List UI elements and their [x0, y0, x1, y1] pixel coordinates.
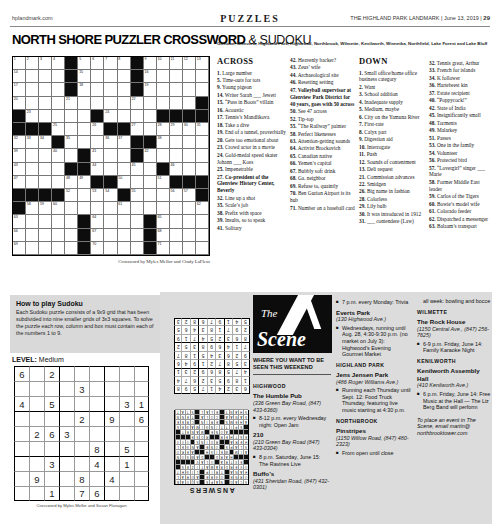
sudoku-cell: 2 — [233, 352, 241, 360]
answer-block-cell — [219, 409, 224, 414]
answer-letter-cell: M — [199, 429, 204, 434]
sudoku-cell — [134, 456, 149, 471]
clue: 9. Young pigeon — [217, 84, 286, 91]
crossword-cell — [65, 242, 78, 255]
answers-crossword-grid: SCADNAPSSQUABORNEOGREAURALHANATRIPLIGHTO… — [174, 410, 249, 485]
answer-letter-cell: U — [190, 474, 195, 479]
sudoku-cell: 8 — [225, 360, 233, 368]
crossword-cell: 51 — [157, 176, 170, 189]
crossword-cell — [131, 229, 144, 242]
crossword-cell — [91, 83, 104, 96]
answer-letter-cell: E — [209, 429, 214, 434]
answer-letter-cell: R — [214, 469, 219, 474]
crossword-cell: 40 — [52, 149, 65, 162]
answer-letter-cell: E — [214, 419, 219, 424]
answer-letter-cell: N — [180, 414, 185, 419]
city-header: WILMETTE — [417, 309, 492, 315]
answer-letter-cell: A — [224, 429, 229, 434]
sudoku-cell — [59, 396, 74, 411]
crossword-block-cell — [131, 57, 144, 70]
sudoku-cell — [14, 486, 29, 501]
sudoku-cell — [134, 471, 149, 486]
sudoku-cell: 2 — [225, 386, 233, 394]
crossword-cell: 12 — [183, 57, 196, 70]
sudoku-cell: 7 — [225, 326, 233, 334]
crossword-cell: 19 — [144, 83, 157, 96]
clue: 55. “The Railway” painter — [290, 123, 356, 130]
crossword-cell — [65, 229, 78, 242]
crossword-block-cell — [104, 176, 117, 189]
crossword-cell: 64 — [91, 215, 104, 228]
sudoku-cell: 3 — [242, 360, 250, 368]
crossword-block-cell — [131, 70, 144, 83]
clue: 56. Protected bird — [429, 157, 492, 164]
crossword-cell: 32 — [13, 136, 26, 149]
clue: 26. Big name in fashion — [359, 188, 426, 195]
answer-letter-cell: A — [233, 409, 238, 414]
crossword-cell — [65, 123, 78, 136]
answer-letter-cell: A — [204, 409, 209, 414]
answer-letter-cell: A — [238, 414, 243, 419]
crossword-cell: 55 — [131, 189, 144, 202]
answer-block-cell — [194, 414, 199, 419]
sudoku-cell — [119, 366, 134, 381]
answer-block-cell — [209, 454, 214, 459]
answer-letter-cell: A — [190, 424, 195, 429]
answer-block-cell — [209, 434, 214, 439]
answer-block-cell — [219, 444, 224, 449]
clue-number: 5 — [79, 57, 81, 61]
sudoku-cell — [104, 396, 119, 411]
level-label: LEVEL: — [12, 356, 37, 363]
answer-letter-cell: N — [175, 414, 180, 419]
answer-letter-cell: A — [199, 414, 204, 419]
crossword-cell — [78, 123, 91, 136]
sudoku-cell: 5 — [174, 326, 182, 334]
answer-letter-cell: R — [204, 434, 209, 439]
crossword-cell — [157, 97, 170, 110]
sudoku-cell — [74, 441, 89, 456]
title-row: NORTH SHORE PUZZLER CROSSWORD & SUDOKU G… — [12, 30, 490, 48]
sudoku-cell: 4 — [199, 335, 207, 343]
answer-letter-cell: H — [204, 449, 209, 454]
sudoku-cell: 4 — [216, 386, 224, 394]
sudoku-cell — [74, 426, 89, 441]
crossword-cell: 2 — [26, 57, 39, 70]
answer-block-cell — [199, 449, 204, 454]
clue-number: 69 — [14, 242, 18, 246]
answer-letter-cell: G — [214, 474, 219, 479]
sudoku-cell — [44, 411, 59, 426]
crossword-block-cell — [91, 110, 104, 123]
crossword-cell: 69 — [13, 242, 26, 255]
sudoku-cell: 2 — [44, 366, 59, 381]
sudoku-cell: 5 — [208, 335, 216, 343]
answer-letter-cell: S — [243, 409, 248, 414]
clue: 61. Colorado feeder — [429, 208, 492, 215]
crossword-block-cell — [65, 83, 78, 96]
crossword-cell: 38 — [157, 136, 170, 149]
sudoku-cell: 9 — [233, 326, 241, 334]
sudoku-cell — [59, 441, 74, 456]
answer-letter-cell: O — [243, 474, 248, 479]
answer-block-cell — [199, 469, 204, 474]
crossword-cell — [170, 229, 183, 242]
clue: 1. Large number — [217, 70, 286, 77]
crossword-cell: 6 — [91, 57, 104, 70]
clue: 18. Take a dive — [217, 122, 286, 129]
clue-number: 26 — [92, 123, 96, 127]
answer-letter-cell: I — [229, 424, 234, 429]
sudoku-cell: 2 — [216, 335, 224, 343]
crossword-cell — [78, 189, 91, 202]
sudoku-cell: 9 — [242, 352, 250, 360]
clue-number: 49 — [79, 176, 83, 180]
answer-block-cell — [233, 429, 238, 434]
crossword-cell — [104, 97, 117, 110]
sudoku-cell: 9 — [104, 411, 119, 426]
answer-letter-cell: I — [190, 469, 195, 474]
clue: 32. Tennis great, Arthur — [429, 60, 492, 67]
answer-letter-cell: E — [238, 459, 243, 464]
clue-number: 8 — [118, 57, 120, 61]
answer-block-cell — [214, 459, 219, 464]
clue-number: 55 — [131, 189, 135, 193]
answer-letter-cell: E — [233, 464, 238, 469]
clue-number: 32 — [14, 136, 18, 140]
answer-letter-cell: S — [243, 414, 248, 419]
clue-number: 16 — [144, 70, 148, 74]
clue: 60. Bowie’s model wife — [429, 201, 492, 208]
answer-letter-cell: N — [175, 454, 180, 459]
clue: 64. Activist Brockovich — [290, 145, 356, 152]
crossword-cell — [52, 163, 65, 176]
answer-letter-cell: T — [224, 409, 229, 414]
crossword-cell — [91, 97, 104, 110]
crossword-cell — [52, 176, 65, 189]
sudoku-cell: 6 — [216, 343, 224, 351]
sudoku-cell: 2 — [182, 318, 190, 326]
sudoku-cell: 8 — [233, 377, 241, 385]
answer-letter-cell: I — [238, 449, 243, 454]
crossword-cell: 48 — [65, 176, 78, 189]
answer-letter-cell: M — [194, 424, 199, 429]
sudoku-cell: 6 — [208, 369, 216, 377]
clue: 62. Dispatched a messenger — [429, 216, 492, 223]
sudoku-cell: 2 — [174, 343, 182, 351]
crossword-block-cell — [183, 176, 196, 189]
answer-letter-cell: A — [180, 409, 185, 414]
crossword-cell — [52, 110, 65, 123]
crossword-cell — [170, 97, 183, 110]
answer-block-cell — [204, 454, 209, 459]
answer-letter-cell: H — [229, 454, 234, 459]
crossword-cell: 56 — [170, 189, 183, 202]
sudoku-cell: 3 — [233, 386, 241, 394]
answer-letter-cell: E — [214, 409, 219, 414]
crossword-cell — [26, 176, 39, 189]
answer-letter-cell: T — [180, 429, 185, 434]
crossword-cell: 60 — [52, 202, 65, 215]
crossword-cell: 9 — [144, 57, 157, 70]
answer-letter-cell: S — [185, 454, 190, 459]
crossword-block-cell — [157, 163, 170, 176]
clue-number: 2 — [27, 57, 29, 61]
clue: 9. Digestion aid — [359, 136, 426, 143]
answer-letter-cell: N — [190, 444, 195, 449]
crossword-cell — [118, 215, 131, 228]
answer-letter-cell: R — [185, 474, 190, 479]
sudoku-cell — [89, 366, 104, 381]
answer-letter-cell: A — [243, 419, 248, 424]
answer-block-cell — [194, 409, 199, 414]
clue-number: 70 — [92, 242, 96, 246]
crossword-cell — [118, 110, 131, 123]
answer-letter-cell: S — [238, 424, 243, 429]
answer-letter-cell: C — [238, 479, 243, 484]
sudoku-cell: 3 — [74, 381, 89, 396]
crossword-block-cell — [196, 176, 209, 189]
crossword-cell — [52, 70, 65, 83]
crossword-cell: 24 — [104, 110, 117, 123]
crossword-cell — [118, 229, 131, 242]
answer-letter-cell: H — [180, 469, 185, 474]
answer-block-cell — [199, 444, 204, 449]
sudoku-cell: 7 — [233, 369, 241, 377]
sudoku-cell: 2 — [29, 426, 44, 441]
crossword-cell — [91, 136, 104, 149]
crossword-cell: 28 — [157, 123, 170, 136]
sudoku-cell: 5 — [242, 318, 250, 326]
clue: 27. Co-president of the Glenview History… — [217, 174, 286, 195]
clue: 20. Gets too emotional about — [217, 137, 286, 144]
crossword-cell — [196, 83, 209, 96]
crossword-cell: 11 — [170, 57, 183, 70]
answer-letter-cell: G — [185, 469, 190, 474]
crossword-cell — [118, 163, 131, 176]
clue: 35. Scale’s job — [217, 202, 286, 209]
sudoku-cell: 3 — [59, 426, 74, 441]
answer-letter-cell: A — [190, 449, 195, 454]
crossword-cell: 36 — [104, 136, 117, 149]
sudoku-howto-box: How to play Sudoku Each Sudoku puzzle co… — [10, 295, 163, 353]
clue: 10. Interrogate — [359, 144, 426, 151]
sudoku-cell: 1 — [216, 326, 224, 334]
answer-letter-cell: S — [243, 444, 248, 449]
crossword-cell — [39, 163, 52, 176]
crossword-block-cell — [78, 149, 91, 162]
clue-number: 56 — [171, 189, 175, 193]
sudoku-cell — [44, 471, 59, 486]
sudoku-cell: 5 — [233, 360, 241, 368]
clue-number: 54 — [105, 189, 109, 193]
crossword-cell: 71 — [157, 242, 170, 255]
answer-block-cell — [214, 434, 219, 439]
crossword-cell — [170, 83, 183, 96]
level-value: Medium — [39, 356, 64, 363]
crossword-cell — [170, 202, 183, 215]
page-title: NORTH SHORE PUZZLER CROSSWORD — [12, 32, 245, 47]
sudoku-cell: 4 — [89, 456, 104, 471]
crossword-cell: 70 — [91, 242, 104, 255]
clue: 21. Commission advances — [359, 174, 426, 181]
crossword-cell: 57 — [183, 189, 196, 202]
crossword-cell: 42 — [144, 149, 157, 162]
answer-letter-cell: S — [180, 464, 185, 469]
clue: 33. French for islands — [429, 67, 492, 74]
answer-letter-cell: M — [209, 464, 214, 469]
answer-letter-cell: O — [219, 429, 224, 434]
clue: 2. Want — [359, 84, 426, 91]
clue-number: 12 — [184, 57, 188, 61]
crossword-cell — [196, 229, 209, 242]
answer-letter-cell: A — [229, 439, 234, 444]
crossword-block-cell — [104, 123, 117, 136]
clue-number: 44 — [92, 163, 96, 167]
answer-block-cell — [219, 419, 224, 424]
answer-letter-cell: N — [199, 439, 204, 444]
crossword-cell: 45 — [131, 163, 144, 176]
coverage-areas: Glencoe, Glenview, Highland Park, Highwo… — [217, 41, 487, 46]
crossword-cell: 63 — [13, 215, 26, 228]
crossword-cell: 41 — [91, 149, 104, 162]
sudoku-cell: 1 — [44, 486, 59, 501]
answer-letter-cell: A — [229, 469, 234, 474]
clue-number: 62 — [197, 202, 201, 206]
answer-letter-cell: R — [219, 434, 224, 439]
sudoku-cell — [59, 486, 74, 501]
answer-letter-cell: E — [224, 434, 229, 439]
crossword-cell — [78, 97, 91, 110]
crossword-cell — [157, 189, 170, 202]
answer-letter-cell: N — [199, 419, 204, 424]
down-header: DOWN — [359, 56, 426, 67]
sudoku-cell — [119, 411, 134, 426]
answer-letter-cell: R — [209, 474, 214, 479]
answer-letter-cell: N — [233, 414, 238, 419]
crossword-cell: 10 — [157, 57, 170, 70]
crossword-cell: 18 — [78, 83, 91, 96]
sudoku-cell: 6 — [233, 335, 241, 343]
sudoku-cell — [104, 381, 119, 396]
clue-number: 20 — [14, 97, 18, 101]
crossword-cell — [91, 202, 104, 215]
answer-block-cell — [185, 434, 190, 439]
sudoku-cell — [29, 441, 44, 456]
city-header: HIGHLAND PARK — [336, 362, 413, 368]
clue-number: 40 — [53, 149, 57, 153]
crossword-block-cell — [13, 110, 26, 123]
crossword-cell — [39, 83, 52, 96]
clue-number: 7 — [105, 57, 107, 61]
sudoku-cell: 1 — [182, 335, 190, 343]
crossword-cell: 53 — [91, 189, 104, 202]
crossword-cell — [39, 176, 52, 189]
crossword-cell — [183, 136, 196, 149]
sudoku-cell: 4 — [174, 377, 182, 385]
sudoku-cell — [74, 396, 89, 411]
clue: 43. Zeus’ wife — [290, 64, 356, 71]
crossword-cell: 66 — [13, 229, 26, 242]
answer-letter-cell: S — [204, 479, 209, 484]
answer-letter-cell: N — [214, 429, 219, 434]
sudoku-cell — [134, 426, 149, 441]
crossword-cell — [183, 83, 196, 96]
clue-number: 31 — [197, 123, 201, 127]
event-item: 8-12 p.m. every Wednesday night: Open Ja… — [253, 415, 330, 428]
answer-letter-cell: P — [204, 469, 209, 474]
venue-name: 210 — [253, 431, 330, 439]
howto-text: Each Sudoku puzzle consists of a 9x9 gri… — [16, 309, 157, 337]
masthead-rule — [10, 26, 490, 27]
answer-letter-cell: R — [238, 474, 243, 479]
clue: 69. Refuse to, quaintly — [290, 183, 356, 190]
answer-block-cell — [190, 459, 195, 464]
crossword-cell: 50 — [118, 176, 131, 189]
crossword-cell — [65, 149, 78, 162]
crossword-cell — [104, 229, 117, 242]
across-header: ACROSS — [217, 56, 286, 67]
sudoku-cell: 2 — [74, 411, 89, 426]
clue-number: 24 — [105, 110, 109, 114]
crossword-cell: 52 — [65, 189, 78, 202]
answer-letter-cell: I — [204, 419, 209, 424]
scene-tagline: WHERE YOU WANT TO BE SEEN THIS WEEKEND — [253, 357, 331, 375]
clue: 65. Canadian native — [290, 153, 356, 160]
answer-letter-cell: L — [204, 414, 209, 419]
crossword-block-cell — [65, 163, 78, 176]
sudoku-cell — [89, 411, 104, 426]
sudoku-cell — [104, 486, 119, 501]
crossword-block-cell — [78, 215, 91, 228]
answer-letter-cell: L — [194, 469, 199, 474]
crossword-cell — [78, 110, 91, 123]
answers-label: ANSWERS — [174, 487, 249, 494]
sudoku-cell: 7 — [74, 486, 89, 501]
sudoku-cell: 1 — [233, 343, 241, 351]
venue-name: Everts Park — [336, 309, 413, 317]
crossword-cell — [131, 202, 144, 215]
answer-letter-cell: X — [233, 459, 238, 464]
answer-letter-cell: S — [194, 434, 199, 439]
answer-letter-cell: S — [243, 479, 248, 484]
clue-number: 1 — [14, 57, 16, 61]
answer-letter-cell: N — [233, 474, 238, 479]
answer-letter-cell: E — [185, 429, 190, 434]
sudoku-cell — [134, 441, 149, 456]
answer-letter-cell: N — [229, 409, 234, 414]
crossword-cell: 14 — [13, 70, 26, 83]
crossword-cell — [78, 136, 91, 149]
crossword-cell — [157, 70, 170, 83]
crossword-cell — [65, 202, 78, 215]
answer-letter-cell: L — [209, 409, 214, 414]
sudoku-grid: 623453129626385341984176 — [14, 366, 149, 501]
answer-letter-cell: U — [185, 479, 190, 484]
answer-letter-cell: G — [204, 424, 209, 429]
answer-block-cell — [204, 429, 209, 434]
crossword-cell — [104, 242, 117, 255]
sudoku-cell — [44, 381, 59, 396]
clue: 24. Gold-medal speed skater Johann ___ K… — [217, 152, 286, 166]
answer-letter-cell: S — [224, 444, 229, 449]
answer-letter-cell: A — [219, 459, 224, 464]
event-item: Wednesdays, running until Aug. 28, 4:30-… — [336, 325, 413, 358]
crossword-cell — [196, 215, 209, 228]
sudoku-cell — [59, 366, 74, 381]
sudoku-cell — [134, 486, 149, 501]
answer-block-cell — [185, 459, 190, 464]
